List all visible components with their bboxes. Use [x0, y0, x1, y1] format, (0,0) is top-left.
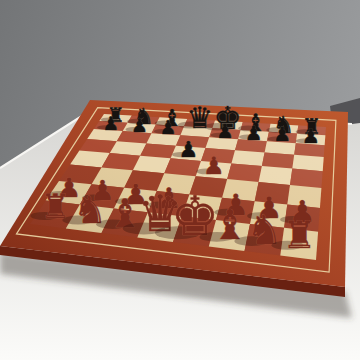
square-f5 — [231, 150, 264, 166]
square-c5 — [140, 144, 176, 159]
piece-black-pawn-d5: ♟ — [178, 137, 198, 162]
piece-white-rook-h1: ♜ — [283, 213, 317, 257]
piece-black-pawn-f7: ♟ — [245, 122, 263, 145]
piece-black-pawn-c7: ♟ — [159, 116, 176, 138]
square-g5 — [262, 153, 294, 169]
piece-black-pawn-b7: ♟ — [131, 115, 148, 136]
piece-black-pawn-a7: ♟ — [103, 113, 120, 134]
piece-black-pawn-e7: ♟ — [216, 120, 233, 143]
piece-white-pawn-e4: ♟ — [203, 152, 225, 180]
square-h5 — [292, 155, 323, 171]
chess-scene-svg: ♜♞♝♛♚♝♞♜♟♟♟♟♟♟♟♟♟♟♟♟♟♟♟♟♜♞♝♛♚♝♞♜ — [0, 0, 360, 360]
square-g4 — [259, 166, 293, 185]
square-f4 — [227, 164, 262, 183]
piece-black-pawn-h7: ♟ — [302, 124, 320, 148]
square-h4 — [290, 169, 323, 188]
chess-set-photo: ♜♞♝♛♚♝♞♜♟♟♟♟♟♟♟♟♟♟♟♟♟♟♟♟♜♞♝♛♚♝♞♜ — [0, 0, 360, 360]
piece-black-pawn-g7: ♟ — [273, 122, 291, 146]
